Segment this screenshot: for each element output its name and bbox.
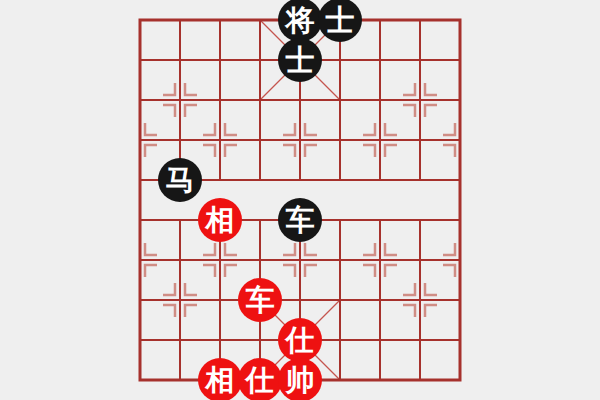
piece-glyph: 相 [206, 206, 235, 235]
piece-glyph: 士 [326, 6, 355, 35]
piece-red-advisor[interactable]: 仕 [278, 318, 322, 362]
piece-red-elephant[interactable]: 相 [198, 358, 242, 400]
piece-black-general[interactable]: 将 [278, 0, 322, 42]
piece-red-chariot[interactable]: 车 [238, 278, 282, 322]
piece-glyph: 相 [206, 366, 235, 395]
board-intersections: 将士士马相车车仕相仕帅 [120, 0, 480, 400]
piece-red-advisor[interactable]: 仕 [238, 358, 282, 400]
piece-glyph: 仕 [286, 326, 315, 355]
piece-red-elephant[interactable]: 相 [198, 198, 242, 242]
piece-glyph: 将 [286, 6, 315, 35]
piece-black-advisor[interactable]: 士 [278, 38, 322, 82]
piece-black-advisor[interactable]: 士 [318, 0, 362, 42]
piece-red-general[interactable]: 帅 [278, 358, 322, 400]
piece-glyph: 帅 [286, 366, 315, 395]
piece-black-horse[interactable]: 马 [158, 158, 202, 202]
piece-glyph: 马 [166, 166, 195, 195]
xiangqi-board: 将士士马相车车仕相仕帅 [0, 0, 600, 400]
piece-black-chariot[interactable]: 车 [278, 198, 322, 242]
piece-glyph: 车 [286, 206, 315, 235]
piece-glyph: 仕 [246, 366, 275, 395]
piece-glyph: 车 [246, 286, 275, 315]
piece-glyph: 士 [286, 46, 315, 75]
